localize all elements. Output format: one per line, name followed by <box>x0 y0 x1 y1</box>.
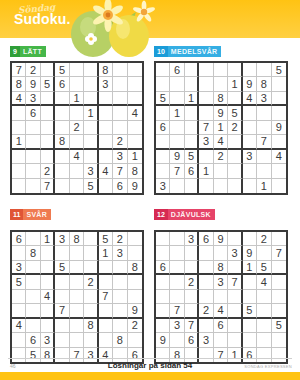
sudoku-cell <box>84 304 98 318</box>
sudoku-cell: 8 <box>257 77 271 91</box>
sudoku-cell <box>228 150 242 164</box>
sudoku-cell <box>228 261 242 275</box>
sudoku-cell <box>199 63 213 77</box>
sudoku-cell <box>243 63 257 77</box>
sudoku-cell: 7 <box>70 348 84 362</box>
sudoku-cell <box>243 333 257 347</box>
sudoku-cell: 1 <box>41 232 55 246</box>
sudoku-cell <box>199 348 213 362</box>
sudoku-cell <box>272 164 286 178</box>
sudoku-cell <box>128 135 142 149</box>
sudoku-cell <box>99 261 113 275</box>
sudoku-cell <box>99 92 113 106</box>
sudoku-cell <box>243 106 257 120</box>
sudoku-cell <box>41 319 55 333</box>
sudoku-cell <box>84 121 98 135</box>
sudoku-cell <box>113 304 127 318</box>
sudoku-cell <box>228 333 242 347</box>
sudoku-cell: 6 <box>12 232 26 246</box>
sudoku-cell <box>156 232 170 246</box>
sudoku-cell: 9 <box>128 304 142 318</box>
sudoku-cell <box>113 77 127 91</box>
sudoku-cell: 8 <box>26 246 40 260</box>
sudoku-cell <box>99 304 113 318</box>
sudoku-cell <box>41 63 55 77</box>
sudoku-cell: 1 <box>228 348 242 362</box>
sudoku-cell: 2 <box>41 164 55 178</box>
sudoku-cell <box>41 92 55 106</box>
sudoku-cell <box>55 150 69 164</box>
sudoku-cell <box>128 92 142 106</box>
difficulty-label: SVÅR <box>23 209 51 220</box>
sudoku-cell: 3 <box>257 92 271 106</box>
sudoku-cell <box>228 179 242 193</box>
puzzle-number: 12 <box>154 209 168 220</box>
sudoku-cell <box>272 290 286 304</box>
sudoku-cell <box>214 179 228 193</box>
sudoku-cell: 3 <box>84 348 98 362</box>
sudoku-cell: 6 <box>26 333 40 347</box>
sudoku-cell <box>228 164 242 178</box>
sudoku-cell: 8 <box>214 92 228 106</box>
sudoku-cell <box>84 290 98 304</box>
sudoku-cell: 2 <box>113 135 127 149</box>
bottom-accent-bar <box>0 372 300 380</box>
sudoku-cell: 7 <box>55 304 69 318</box>
sudoku-cell: 6 <box>113 179 127 193</box>
sudoku-cell <box>70 77 84 91</box>
sudoku-cell <box>12 150 26 164</box>
sudoku-cell: 2 <box>113 232 127 246</box>
sudoku-cell: 7 <box>228 275 242 289</box>
sudoku-cell: 6 <box>128 348 142 362</box>
sudoku-cell <box>12 164 26 178</box>
sudoku-cell <box>84 261 98 275</box>
sudoku-cell: 8 <box>12 77 26 91</box>
sudoku-cell <box>257 106 271 120</box>
sudoku-cell: 2 <box>214 150 228 164</box>
sudoku-cell: 1 <box>170 106 184 120</box>
sudoku-cell <box>99 275 113 289</box>
sudoku-cell <box>170 261 184 275</box>
sudoku-cell: 1 <box>257 179 271 193</box>
sudoku-cell: 5 <box>272 63 286 77</box>
sudoku-cell: 5 <box>41 77 55 91</box>
sudoku-cell <box>272 304 286 318</box>
sudoku-cell <box>26 275 40 289</box>
sudoku-cell <box>170 92 184 106</box>
sudoku-cell: 2 <box>128 319 142 333</box>
sudoku-cell <box>214 77 228 91</box>
masthead-logo: Söndag Sudoku. <box>14 4 71 27</box>
difficulty-label: MEDELSVÅR <box>168 46 222 57</box>
sudoku-cell <box>272 135 286 149</box>
sudoku-cell <box>128 63 142 77</box>
sudoku-cell <box>199 106 213 120</box>
sudoku-cell <box>272 275 286 289</box>
source-caption: SÖNDAG EXPRESSEN <box>244 364 292 369</box>
sudoku-board-12: 369239768152374724537659638716 <box>154 230 288 364</box>
sudoku-cell: 3 <box>243 150 257 164</box>
sudoku-cell: 6 <box>55 77 69 91</box>
sudoku-cell: 5 <box>228 106 242 120</box>
sudoku-cell <box>41 304 55 318</box>
sudoku-cell: 9 <box>156 333 170 347</box>
sudoku-cell: 8 <box>214 261 228 275</box>
difficulty-label: DJÄVULSK <box>168 209 215 220</box>
sudoku-cell: 4 <box>12 319 26 333</box>
sudoku-cell <box>228 319 242 333</box>
sudoku-cell <box>257 164 271 178</box>
sudoku-cell: 2 <box>257 232 271 246</box>
sudoku-cell: 7 <box>12 63 26 77</box>
sudoku-cell <box>199 261 213 275</box>
sudoku-cell <box>257 304 271 318</box>
sudoku-cell <box>185 63 199 77</box>
sudoku-cell <box>199 290 213 304</box>
sudoku-cell: 9 <box>214 232 228 246</box>
sudoku-cell <box>26 290 40 304</box>
sudoku-cell <box>128 275 142 289</box>
sudoku-cell: 4 <box>70 150 84 164</box>
sudoku-cell <box>55 348 69 362</box>
sudoku-cell <box>70 135 84 149</box>
sudoku-cell <box>55 319 69 333</box>
sudoku-cell <box>12 246 26 260</box>
sudoku-cell: 2 <box>228 121 242 135</box>
sudoku-cell <box>26 261 40 275</box>
sudoku-cell <box>228 232 242 246</box>
sudoku-cell <box>113 275 127 289</box>
sudoku-cell <box>185 135 199 149</box>
sudoku-cell: 3 <box>199 333 213 347</box>
sudoku-cell <box>156 77 170 91</box>
sudoku-cell: 6 <box>243 348 257 362</box>
sudoku-cell <box>99 319 113 333</box>
sudoku-cell <box>243 275 257 289</box>
sudoku-cell <box>243 232 257 246</box>
sudoku-cell <box>170 232 184 246</box>
sudoku-cell <box>70 106 84 120</box>
sudoku-cell <box>199 150 213 164</box>
sudoku-cell <box>70 164 84 178</box>
sudoku-cell <box>170 121 184 135</box>
sudoku-cell <box>84 63 98 77</box>
sudoku-cell: 4 <box>99 348 113 362</box>
sudoku-cell <box>257 121 271 135</box>
sudoku-cell: 7 <box>99 290 113 304</box>
sudoku-cell <box>55 290 69 304</box>
sudoku-cell <box>170 77 184 91</box>
sudoku-cell <box>228 63 242 77</box>
sudoku-cell: 8 <box>128 164 142 178</box>
sudoku-cell <box>257 348 271 362</box>
sudoku-cell: 5 <box>243 304 257 318</box>
sudoku-cell: 3 <box>12 261 26 275</box>
sudoku-cell <box>156 164 170 178</box>
sudoku-cell <box>12 179 26 193</box>
sudoku-cell <box>41 261 55 275</box>
sudoku-cell <box>185 106 199 120</box>
sudoku-cell: 1 <box>84 106 98 120</box>
sudoku-cell <box>55 246 69 260</box>
sudoku-cell <box>128 290 142 304</box>
sudoku-cell <box>185 77 199 91</box>
sudoku-cell: 3 <box>156 179 170 193</box>
sudoku-cell <box>156 63 170 77</box>
sudoku-cell <box>99 106 113 120</box>
sudoku-cell <box>84 232 98 246</box>
sudoku-cell <box>70 63 84 77</box>
sudoku-cell <box>99 333 113 347</box>
sudoku-cell: 3 <box>199 135 213 149</box>
sudoku-cell: 1 <box>199 164 213 178</box>
sudoku-cell: 2 <box>199 304 213 318</box>
sudoku-cell <box>99 179 113 193</box>
sudoku-cell <box>199 179 213 193</box>
sudoku-cell <box>228 92 242 106</box>
sudoku-cell <box>113 121 127 135</box>
sudoku-cell <box>113 348 127 362</box>
sudoku-cell <box>26 232 40 246</box>
sudoku-cell: 3 <box>84 164 98 178</box>
sudoku-cell <box>199 319 213 333</box>
sudoku-cell <box>128 246 142 260</box>
sudoku-cell <box>243 290 257 304</box>
sudoku-cell <box>243 164 257 178</box>
sudoku-cell: 7 <box>113 164 127 178</box>
sudoku-cell <box>185 348 199 362</box>
sudoku-cell <box>55 121 69 135</box>
sudoku-cell: 6 <box>185 164 199 178</box>
sudoku-cell: 4 <box>243 92 257 106</box>
sudoku-cell <box>185 304 199 318</box>
sudoku-cell: 5 <box>257 261 271 275</box>
sudoku-cell: 3 <box>41 333 55 347</box>
sudoku-cell: 4 <box>214 135 228 149</box>
puzzle-9: 9 LÄTT 7258895634316142182431234787569 <box>10 40 144 195</box>
sudoku-cell <box>84 135 98 149</box>
sudoku-cell: 3 <box>113 246 127 260</box>
sudoku-cell <box>228 290 242 304</box>
sudoku-cell: 8 <box>70 232 84 246</box>
sudoku-cell <box>185 261 199 275</box>
sudoku-cell: 2 <box>70 121 84 135</box>
sudoku-cell <box>70 319 84 333</box>
sudoku-cell <box>214 63 228 77</box>
sudoku-cell <box>99 135 113 149</box>
sudoku-board-9: 7258895634316142182431234787569 <box>10 61 144 195</box>
sudoku-cell: 9 <box>214 106 228 120</box>
sudoku-cell: 4 <box>41 290 55 304</box>
puzzle-number: 11 <box>10 209 23 220</box>
sudoku-cell <box>113 106 127 120</box>
sudoku-cell: 4 <box>128 106 142 120</box>
sudoku-cell <box>113 261 127 275</box>
sudoku-cell <box>55 106 69 120</box>
sudoku-cell: 7 <box>185 319 199 333</box>
sudoku-cell <box>26 135 40 149</box>
puzzle-10: 10 MEDELSVÅR 651985184319567129347952347… <box>154 40 288 195</box>
sudoku-cell <box>257 63 271 77</box>
sudoku-cell <box>272 232 286 246</box>
sudoku-cell <box>272 77 286 91</box>
sudoku-cell: 3 <box>185 232 199 246</box>
sudoku-cell: 3 <box>113 150 127 164</box>
difficulty-badge-10: 10 MEDELSVÅR <box>154 46 221 57</box>
sudoku-cell <box>257 150 271 164</box>
sudoku-cell <box>41 106 55 120</box>
sudoku-cell <box>12 106 26 120</box>
sudoku-cell: 4 <box>12 92 26 106</box>
sudoku-cell: 2 <box>185 275 199 289</box>
sudoku-board-11: 613852813358524779482638587346 <box>10 230 144 364</box>
sudoku-cell: 8 <box>99 63 113 77</box>
sudoku-cell <box>199 77 213 91</box>
puzzle-number: 9 <box>10 46 20 57</box>
sudoku-cell <box>156 150 170 164</box>
sudoku-cell <box>113 290 127 304</box>
sudoku-cell <box>12 348 26 362</box>
sudoku-cell: 8 <box>128 261 142 275</box>
easter-eggs-daffodils-illustration <box>66 0 156 57</box>
sudoku-cell: 5 <box>84 179 98 193</box>
difficulty-badge-9: 9 LÄTT <box>10 46 46 57</box>
sudoku-cell <box>272 179 286 193</box>
sudoku-cell <box>156 348 170 362</box>
sudoku-cell: 1 <box>185 92 199 106</box>
sudoku-cell <box>84 92 98 106</box>
page-number: 46 <box>10 363 16 369</box>
sudoku-cell: 8 <box>170 348 184 362</box>
sudoku-cell: 6 <box>156 261 170 275</box>
sudoku-cell <box>12 304 26 318</box>
sudoku-cell: 8 <box>55 135 69 149</box>
sudoku-cell <box>12 333 26 347</box>
sudoku-cell <box>199 275 213 289</box>
sudoku-cell: 4 <box>214 304 228 318</box>
sudoku-cell <box>214 246 228 260</box>
sudoku-cell <box>272 261 286 275</box>
sudoku-cell: 3 <box>26 92 40 106</box>
sudoku-cell: 4 <box>257 275 271 289</box>
sudoku-cell <box>243 179 257 193</box>
sudoku-cell: 8 <box>84 319 98 333</box>
sudoku-cell: 3 <box>214 275 228 289</box>
sudoku-cell: 9 <box>272 121 286 135</box>
sudoku-cell <box>41 150 55 164</box>
sudoku-cell <box>113 63 127 77</box>
sudoku-cell: 7 <box>41 179 55 193</box>
footer-divider <box>8 358 292 359</box>
sudoku-cell: 2 <box>84 275 98 289</box>
sudoku-cell <box>156 319 170 333</box>
sudoku-cell <box>26 121 40 135</box>
sudoku-cell <box>214 333 228 347</box>
puzzle-11: 11 SVÅR 613852813358524779482638587346 <box>10 203 144 364</box>
sudoku-cell: 8 <box>113 333 127 347</box>
sudoku-cell: 9 <box>243 77 257 91</box>
sudoku-cell <box>156 304 170 318</box>
sudoku-cell: 3 <box>170 319 184 333</box>
sudoku-cell <box>156 290 170 304</box>
sudoku-cell <box>156 246 170 260</box>
sudoku-cell <box>257 319 271 333</box>
sudoku-cell <box>55 275 69 289</box>
sudoku-cell: 6 <box>170 63 184 77</box>
sudoku-cell <box>257 290 271 304</box>
sudoku-cell: 1 <box>128 150 142 164</box>
sudoku-cell <box>26 150 40 164</box>
sudoku-cell <box>156 275 170 289</box>
sudoku-cell <box>272 348 286 362</box>
sudoku-cell: 5 <box>55 261 69 275</box>
sudoku-cell <box>12 121 26 135</box>
sudoku-cell <box>41 121 55 135</box>
sudoku-cell <box>228 135 242 149</box>
sudoku-cell: 5 <box>156 92 170 106</box>
sudoku-cell <box>26 164 40 178</box>
sudoku-cell <box>84 150 98 164</box>
sudoku-cell <box>243 135 257 149</box>
sudoku-cell: 3 <box>99 77 113 91</box>
sudoku-cell <box>170 179 184 193</box>
sudoku-cell <box>228 304 242 318</box>
sudoku-cell <box>257 333 271 347</box>
sudoku-cell <box>41 135 55 149</box>
sudoku-cell: 9 <box>243 246 257 260</box>
sudoku-cell: 9 <box>26 77 40 91</box>
sudoku-cell: 8 <box>41 348 55 362</box>
sudoku-cell <box>113 319 127 333</box>
difficulty-badge-12: 12 DJÄVULSK <box>154 209 215 220</box>
sudoku-cell <box>170 246 184 260</box>
sudoku-cell <box>113 92 127 106</box>
sudoku-cell <box>70 179 84 193</box>
sudoku-cell <box>41 275 55 289</box>
sudoku-cell: 1 <box>228 77 242 91</box>
sudoku-cell: 5 <box>272 319 286 333</box>
sudoku-cell: 5 <box>99 232 113 246</box>
sudoku-cell <box>26 319 40 333</box>
sudoku-cell <box>99 121 113 135</box>
sudoku-cell <box>243 121 257 135</box>
sudoku-cell: 4 <box>272 150 286 164</box>
sudoku-cell <box>185 179 199 193</box>
sudoku-cell <box>185 121 199 135</box>
sudoku-cell: 5 <box>185 150 199 164</box>
sudoku-cell <box>170 275 184 289</box>
sudoku-cell <box>70 275 84 289</box>
sudoku-cell <box>128 121 142 135</box>
sudoku-cell <box>128 77 142 91</box>
sudoku-cell <box>185 246 199 260</box>
puzzle-12: 12 DJÄVULSK 3692397681523747245376596387… <box>154 203 288 364</box>
sudoku-cell <box>185 290 199 304</box>
sudoku-cell: 5 <box>12 275 26 289</box>
sudoku-cell <box>170 135 184 149</box>
sudoku-cell: 7 <box>170 304 184 318</box>
sudoku-cell: 6 <box>156 121 170 135</box>
sudoku-cell <box>199 246 213 260</box>
sudoku-cell: 1 <box>70 92 84 106</box>
sudoku-cell: 7 <box>214 348 228 362</box>
puzzle-number: 10 <box>154 46 168 57</box>
sudoku-cell <box>26 179 40 193</box>
sudoku-cell <box>55 164 69 178</box>
sudoku-cell <box>70 261 84 275</box>
sudoku-cell: 6 <box>185 333 199 347</box>
